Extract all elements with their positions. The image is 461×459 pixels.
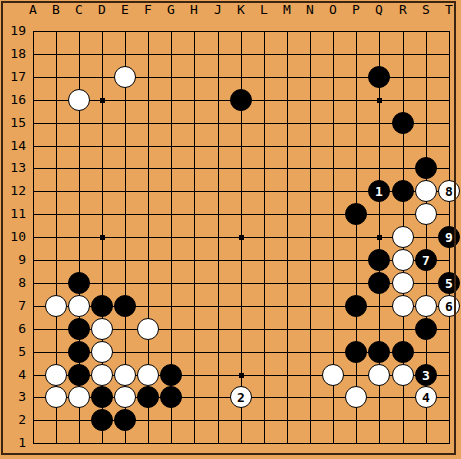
stone-white — [345, 386, 367, 408]
row-label: 17 — [4, 69, 26, 84]
stone-black — [345, 341, 367, 363]
stone-black — [114, 295, 136, 317]
star-point — [100, 98, 105, 103]
stone-black: 5 — [438, 272, 460, 294]
stone-black: 1 — [368, 180, 390, 202]
col-label: L — [254, 3, 274, 17]
star-point — [239, 373, 244, 378]
stone-white: 4 — [415, 386, 437, 408]
move-number: 8 — [445, 184, 453, 199]
stone-black — [68, 272, 90, 294]
move-number: 5 — [445, 276, 453, 291]
stone-white — [392, 272, 414, 294]
stone-white — [392, 249, 414, 271]
stone-white — [392, 364, 414, 386]
row-label: 11 — [4, 206, 26, 221]
row-label: 1 — [4, 435, 26, 450]
stone-white: 6 — [438, 295, 460, 317]
row-label: 10 — [4, 229, 26, 244]
grid-line-vertical — [287, 31, 288, 444]
row-label: 12 — [4, 183, 26, 198]
stone-white — [368, 364, 390, 386]
stone-black — [68, 364, 90, 386]
stone-black — [114, 409, 136, 431]
row-label: 19 — [4, 23, 26, 38]
board-frame — [1, 1, 456, 455]
stone-white — [392, 295, 414, 317]
col-label: P — [346, 3, 366, 17]
col-label: A — [23, 3, 43, 17]
star-point — [239, 235, 244, 240]
stone-black — [368, 249, 390, 271]
col-label: S — [416, 3, 436, 17]
row-label: 4 — [4, 367, 26, 382]
stone-white: 2 — [230, 386, 252, 408]
stone-black — [345, 203, 367, 225]
grid-line-vertical — [264, 31, 265, 444]
move-number: 9 — [445, 230, 453, 245]
row-label: 2 — [4, 412, 26, 427]
row-label: 3 — [4, 389, 26, 404]
stone-black — [160, 386, 182, 408]
star-point — [377, 98, 382, 103]
row-label: 14 — [4, 138, 26, 153]
stone-white — [45, 386, 67, 408]
row-label: 9 — [4, 252, 26, 267]
col-label: O — [323, 3, 343, 17]
col-label: T — [439, 3, 459, 17]
stone-black — [68, 341, 90, 363]
stone-white — [137, 318, 159, 340]
stone-white — [91, 318, 113, 340]
stone-black — [160, 364, 182, 386]
stone-black — [68, 318, 90, 340]
stone-white — [68, 386, 90, 408]
stone-black — [368, 66, 390, 88]
grid-line-horizontal — [33, 443, 450, 444]
stone-white — [114, 66, 136, 88]
stone-black: 3 — [415, 364, 437, 386]
stone-white — [45, 364, 67, 386]
grid-line-vertical — [356, 31, 357, 444]
col-label: H — [184, 3, 204, 17]
col-label: G — [161, 3, 181, 17]
stone-black — [392, 180, 414, 202]
stone-black — [368, 272, 390, 294]
stone-white — [114, 364, 136, 386]
row-label: 6 — [4, 321, 26, 336]
stone-black — [392, 341, 414, 363]
col-label: M — [277, 3, 297, 17]
stone-black: 9 — [438, 226, 460, 248]
col-label: C — [69, 3, 89, 17]
col-label: E — [115, 3, 135, 17]
stone-black — [368, 341, 390, 363]
stone-white — [415, 203, 437, 225]
move-number: 1 — [375, 184, 383, 199]
move-number: 7 — [422, 253, 430, 268]
stone-black — [345, 295, 367, 317]
col-label: N — [300, 3, 320, 17]
move-number: 6 — [445, 299, 453, 314]
stone-white: 8 — [438, 180, 460, 202]
stone-black — [137, 386, 159, 408]
col-label: J — [208, 3, 228, 17]
row-label: 16 — [4, 92, 26, 107]
stone-black — [415, 157, 437, 179]
row-label: 15 — [4, 115, 26, 130]
stone-white — [114, 386, 136, 408]
stone-black — [91, 386, 113, 408]
col-label: D — [92, 3, 112, 17]
stone-white — [322, 364, 344, 386]
row-label: 13 — [4, 160, 26, 175]
stone-white — [392, 226, 414, 248]
stone-white — [137, 364, 159, 386]
stone-black — [392, 112, 414, 134]
row-label: 18 — [4, 46, 26, 61]
stone-white — [45, 295, 67, 317]
stone-white — [91, 341, 113, 363]
stone-black: 7 — [415, 249, 437, 271]
col-label: B — [46, 3, 66, 17]
move-number: 2 — [237, 390, 245, 405]
col-label: K — [231, 3, 251, 17]
stone-black — [415, 318, 437, 340]
row-label: 8 — [4, 275, 26, 290]
stone-white — [415, 295, 437, 317]
stone-black — [91, 295, 113, 317]
grid-line-vertical — [310, 31, 311, 444]
move-number: 3 — [422, 368, 430, 383]
stone-white — [68, 295, 90, 317]
stone-white — [68, 89, 90, 111]
row-label: 5 — [4, 344, 26, 359]
stone-black — [230, 89, 252, 111]
star-point — [377, 235, 382, 240]
col-label: F — [138, 3, 158, 17]
col-label: R — [393, 3, 413, 17]
move-number: 4 — [422, 390, 430, 405]
row-label: 7 — [4, 298, 26, 313]
star-point — [100, 235, 105, 240]
col-label: Q — [369, 3, 389, 17]
stone-white — [91, 364, 113, 386]
stone-black — [91, 409, 113, 431]
stone-white — [415, 180, 437, 202]
